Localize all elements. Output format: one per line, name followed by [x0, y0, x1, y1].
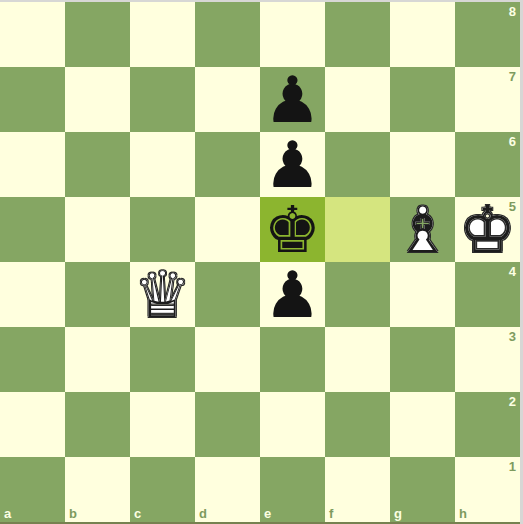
- square-b6[interactable]: [65, 132, 130, 197]
- square-c4[interactable]: ♛♕: [130, 262, 195, 327]
- square-c3[interactable]: [130, 327, 195, 392]
- square-c8[interactable]: [130, 2, 195, 67]
- square-g4[interactable]: [390, 262, 455, 327]
- square-e2[interactable]: [260, 392, 325, 457]
- square-e4[interactable]: ♟: [260, 262, 325, 327]
- square-g3[interactable]: [390, 327, 455, 392]
- square-g5[interactable]: ♝♗: [390, 197, 455, 262]
- square-g8[interactable]: [390, 2, 455, 67]
- file-label-c: c: [134, 507, 141, 520]
- square-g1[interactable]: g: [390, 457, 455, 522]
- rank-label-1: 1: [509, 460, 516, 473]
- square-e3[interactable]: [260, 327, 325, 392]
- square-d5[interactable]: [195, 197, 260, 262]
- piece-black-pawn[interactable]: ♟: [260, 262, 325, 327]
- square-e1[interactable]: e: [260, 457, 325, 522]
- rank-label-7: 7: [509, 70, 516, 83]
- square-d2[interactable]: [195, 392, 260, 457]
- square-c1[interactable]: c: [130, 457, 195, 522]
- rank-label-4: 4: [509, 265, 516, 278]
- square-c6[interactable]: [130, 132, 195, 197]
- piece-black-pawn[interactable]: ♟: [260, 67, 325, 132]
- square-h8[interactable]: 8: [455, 2, 520, 67]
- piece-white-queen[interactable]: ♛♕: [130, 262, 195, 327]
- piece-white-bishop[interactable]: ♝♗: [390, 197, 455, 262]
- square-b2[interactable]: [65, 392, 130, 457]
- square-f6[interactable]: [325, 132, 390, 197]
- square-g2[interactable]: [390, 392, 455, 457]
- square-f4[interactable]: [325, 262, 390, 327]
- square-g6[interactable]: [390, 132, 455, 197]
- square-h6[interactable]: 6: [455, 132, 520, 197]
- rank-label-2: 2: [509, 395, 516, 408]
- square-d7[interactable]: [195, 67, 260, 132]
- square-f7[interactable]: [325, 67, 390, 132]
- square-h1[interactable]: 1h: [455, 457, 520, 522]
- square-d6[interactable]: [195, 132, 260, 197]
- square-f8[interactable]: [325, 2, 390, 67]
- square-f5[interactable]: [325, 197, 390, 262]
- square-a6[interactable]: [0, 132, 65, 197]
- square-b4[interactable]: [65, 262, 130, 327]
- square-b7[interactable]: [65, 67, 130, 132]
- file-label-g: g: [394, 507, 402, 520]
- square-b1[interactable]: b: [65, 457, 130, 522]
- rank-label-3: 3: [509, 330, 516, 343]
- square-c7[interactable]: [130, 67, 195, 132]
- file-label-b: b: [69, 507, 77, 520]
- file-label-e: e: [264, 507, 271, 520]
- square-h2[interactable]: 2: [455, 392, 520, 457]
- square-e6[interactable]: ♟: [260, 132, 325, 197]
- square-d8[interactable]: [195, 2, 260, 67]
- square-f2[interactable]: [325, 392, 390, 457]
- square-a8[interactable]: [0, 2, 65, 67]
- piece-white-king[interactable]: ♚♔: [455, 197, 520, 262]
- square-a3[interactable]: [0, 327, 65, 392]
- square-d1[interactable]: d: [195, 457, 260, 522]
- square-f1[interactable]: f: [325, 457, 390, 522]
- file-label-f: f: [329, 507, 333, 520]
- square-c2[interactable]: [130, 392, 195, 457]
- square-a1[interactable]: a: [0, 457, 65, 522]
- square-d3[interactable]: [195, 327, 260, 392]
- square-b5[interactable]: [65, 197, 130, 262]
- file-label-h: h: [459, 507, 467, 520]
- square-g7[interactable]: [390, 67, 455, 132]
- square-a7[interactable]: [0, 67, 65, 132]
- rank-label-8: 8: [509, 5, 516, 18]
- square-h5[interactable]: 5♚♔: [455, 197, 520, 262]
- piece-black-king[interactable]: ♚: [260, 197, 325, 262]
- square-c5[interactable]: [130, 197, 195, 262]
- chess-board: 8♟7♟6♚♝♗5♚♔♛♕♟432abcdefg1h: [0, 2, 520, 524]
- square-f3[interactable]: [325, 327, 390, 392]
- rank-label-6: 6: [509, 135, 516, 148]
- square-h3[interactable]: 3: [455, 327, 520, 392]
- square-b8[interactable]: [65, 2, 130, 67]
- square-h7[interactable]: 7: [455, 67, 520, 132]
- square-e5[interactable]: ♚: [260, 197, 325, 262]
- square-a5[interactable]: [0, 197, 65, 262]
- square-e8[interactable]: [260, 2, 325, 67]
- square-d4[interactable]: [195, 262, 260, 327]
- square-e7[interactable]: ♟: [260, 67, 325, 132]
- square-h4[interactable]: 4: [455, 262, 520, 327]
- file-label-a: a: [4, 507, 11, 520]
- file-label-d: d: [199, 507, 207, 520]
- square-b3[interactable]: [65, 327, 130, 392]
- square-a4[interactable]: [0, 262, 65, 327]
- square-a2[interactable]: [0, 392, 65, 457]
- piece-black-pawn[interactable]: ♟: [260, 132, 325, 197]
